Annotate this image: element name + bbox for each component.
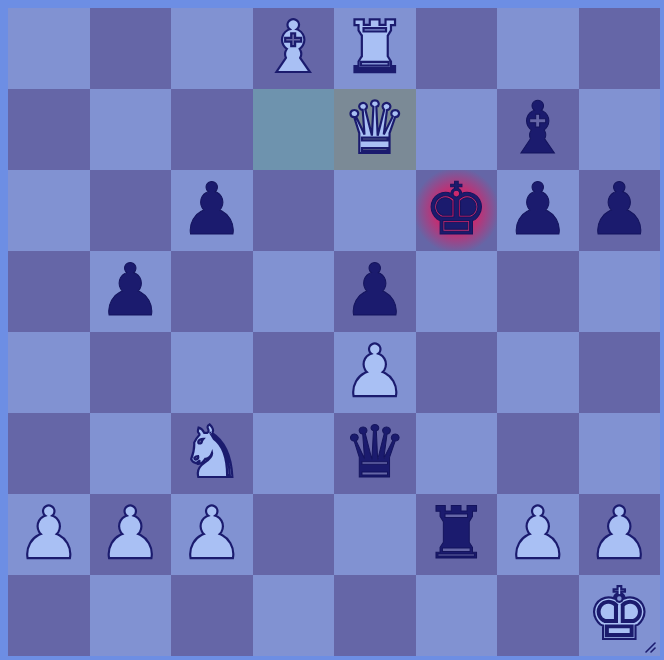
square-d5[interactable] <box>253 251 335 332</box>
square-d7[interactable] <box>253 89 335 170</box>
square-f6[interactable]: ♚ <box>416 170 498 251</box>
square-g5[interactable] <box>497 251 579 332</box>
square-b3[interactable] <box>90 413 172 494</box>
square-f7[interactable] <box>416 89 498 170</box>
square-e8[interactable]: ♜ <box>334 8 416 89</box>
black-bishop[interactable]: ♝ <box>505 92 570 164</box>
black-pawn[interactable]: ♟ <box>587 173 652 245</box>
square-c2[interactable]: ♟ <box>171 494 253 575</box>
black-pawn[interactable]: ♟ <box>505 173 570 245</box>
chess-board: ♝♜♛♝♟♚♟♟♟♟♟♞♛♟♟♟♜♟♟♚ <box>8 8 660 656</box>
black-queen[interactable]: ♛ <box>342 416 407 488</box>
square-c1[interactable] <box>171 575 253 656</box>
white-pawn[interactable]: ♟ <box>16 497 81 569</box>
square-d8[interactable]: ♝ <box>253 8 335 89</box>
square-c7[interactable] <box>171 89 253 170</box>
square-a1[interactable] <box>8 575 90 656</box>
square-d2[interactable] <box>253 494 335 575</box>
square-c8[interactable] <box>171 8 253 89</box>
square-h3[interactable] <box>579 413 661 494</box>
square-h4[interactable] <box>579 332 661 413</box>
square-d1[interactable] <box>253 575 335 656</box>
square-a6[interactable] <box>8 170 90 251</box>
square-h7[interactable] <box>579 89 661 170</box>
square-b1[interactable] <box>90 575 172 656</box>
square-g4[interactable] <box>497 332 579 413</box>
square-e1[interactable] <box>334 575 416 656</box>
square-a7[interactable] <box>8 89 90 170</box>
white-pawn[interactable]: ♟ <box>342 335 407 407</box>
white-rook[interactable]: ♜ <box>342 11 407 83</box>
square-e7[interactable]: ♛ <box>334 89 416 170</box>
white-knight[interactable]: ♞ <box>179 416 244 488</box>
square-e3[interactable]: ♛ <box>334 413 416 494</box>
square-h8[interactable] <box>579 8 661 89</box>
square-c3[interactable]: ♞ <box>171 413 253 494</box>
board-resize-handle-icon[interactable] <box>641 638 657 654</box>
white-pawn[interactable]: ♟ <box>505 497 570 569</box>
white-queen[interactable]: ♛ <box>342 92 407 164</box>
white-pawn[interactable]: ♟ <box>179 497 244 569</box>
black-pawn[interactable]: ♟ <box>342 254 407 326</box>
square-f3[interactable] <box>416 413 498 494</box>
black-rook[interactable]: ♜ <box>424 497 489 569</box>
square-a2[interactable]: ♟ <box>8 494 90 575</box>
black-king[interactable]: ♚ <box>424 173 489 245</box>
square-a4[interactable] <box>8 332 90 413</box>
square-c4[interactable] <box>171 332 253 413</box>
square-g3[interactable] <box>497 413 579 494</box>
square-f1[interactable] <box>416 575 498 656</box>
square-b6[interactable] <box>90 170 172 251</box>
black-pawn[interactable]: ♟ <box>179 173 244 245</box>
square-h2[interactable]: ♟ <box>579 494 661 575</box>
chess-board-frame: ♝♜♛♝♟♚♟♟♟♟♟♞♛♟♟♟♜♟♟♚ <box>0 0 664 660</box>
square-b2[interactable]: ♟ <box>90 494 172 575</box>
square-a5[interactable] <box>8 251 90 332</box>
square-g1[interactable] <box>497 575 579 656</box>
square-b4[interactable] <box>90 332 172 413</box>
white-bishop[interactable]: ♝ <box>261 11 326 83</box>
square-e6[interactable] <box>334 170 416 251</box>
square-a3[interactable] <box>8 413 90 494</box>
square-c6[interactable]: ♟ <box>171 170 253 251</box>
square-h5[interactable] <box>579 251 661 332</box>
square-g7[interactable]: ♝ <box>497 89 579 170</box>
square-c5[interactable] <box>171 251 253 332</box>
square-g6[interactable]: ♟ <box>497 170 579 251</box>
square-b7[interactable] <box>90 89 172 170</box>
square-e2[interactable] <box>334 494 416 575</box>
square-e4[interactable]: ♟ <box>334 332 416 413</box>
square-d4[interactable] <box>253 332 335 413</box>
square-g8[interactable] <box>497 8 579 89</box>
square-d6[interactable] <box>253 170 335 251</box>
black-pawn[interactable]: ♟ <box>98 254 163 326</box>
square-f2[interactable]: ♜ <box>416 494 498 575</box>
square-b8[interactable] <box>90 8 172 89</box>
square-a8[interactable] <box>8 8 90 89</box>
square-f5[interactable] <box>416 251 498 332</box>
square-d3[interactable] <box>253 413 335 494</box>
square-g2[interactable]: ♟ <box>497 494 579 575</box>
white-pawn[interactable]: ♟ <box>587 497 652 569</box>
square-f4[interactable] <box>416 332 498 413</box>
white-pawn[interactable]: ♟ <box>98 497 163 569</box>
square-b5[interactable]: ♟ <box>90 251 172 332</box>
square-e5[interactable]: ♟ <box>334 251 416 332</box>
square-h6[interactable]: ♟ <box>579 170 661 251</box>
square-f8[interactable] <box>416 8 498 89</box>
